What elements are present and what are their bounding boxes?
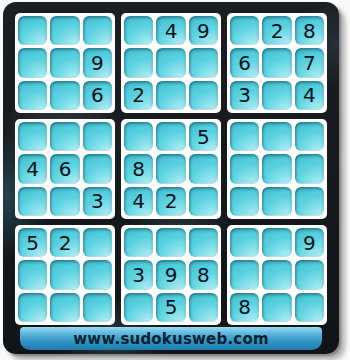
cell-r3c2[interactable]: [50, 81, 79, 110]
cell-r6c3[interactable]: 3: [83, 187, 112, 216]
cell-r7c3[interactable]: [83, 228, 112, 257]
cell-r3c1[interactable]: [18, 81, 47, 110]
cell-r9c3[interactable]: [83, 293, 112, 322]
cell-r9c5[interactable]: 5: [156, 293, 185, 322]
cell-r9c9[interactable]: [295, 293, 324, 322]
cell-r2c4[interactable]: [124, 48, 153, 77]
cell-r9c4[interactable]: [124, 293, 153, 322]
cell-r1c8[interactable]: 2: [262, 16, 291, 45]
cell-r5c4[interactable]: 8: [124, 154, 153, 183]
cell-r6c6[interactable]: [189, 187, 218, 216]
cell-r5c9[interactable]: [295, 154, 324, 183]
cell-r1c6[interactable]: 9: [189, 16, 218, 45]
cell-r1c7[interactable]: [230, 16, 259, 45]
footer-bar: www.sudokusweb.com: [20, 327, 322, 350]
cell-r5c8[interactable]: [262, 154, 291, 183]
site-link[interactable]: www.sudokusweb.com: [73, 330, 268, 348]
cell-r6c2[interactable]: [50, 187, 79, 216]
cell-r6c7[interactable]: [230, 187, 259, 216]
cell-r7c6[interactable]: [189, 228, 218, 257]
cell-r7c8[interactable]: [262, 228, 291, 257]
cell-r3c8[interactable]: [262, 81, 291, 110]
cell-r5c2[interactable]: 6: [50, 154, 79, 183]
cell-r8c5[interactable]: 9: [156, 260, 185, 289]
box-3: 286734: [227, 13, 327, 113]
sudoku-board: 96492286734463584252398598 www.sudokuswe…: [3, 2, 339, 354]
cell-r7c5[interactable]: [156, 228, 185, 257]
cell-r2c8[interactable]: [262, 48, 291, 77]
cell-r5c1[interactable]: 4: [18, 154, 47, 183]
cell-r8c7[interactable]: [230, 260, 259, 289]
cell-r5c5[interactable]: [156, 154, 185, 183]
cell-r9c6[interactable]: [189, 293, 218, 322]
cell-r2c9[interactable]: 7: [295, 48, 324, 77]
cell-r4c2[interactable]: [50, 122, 79, 151]
cell-r2c7[interactable]: 6: [230, 48, 259, 77]
box-5: 5842: [121, 119, 221, 219]
cell-r6c5[interactable]: 2: [156, 187, 185, 216]
cell-r6c8[interactable]: [262, 187, 291, 216]
cell-r3c5[interactable]: [156, 81, 185, 110]
cell-r1c2[interactable]: [50, 16, 79, 45]
cell-r8c1[interactable]: [18, 260, 47, 289]
cell-r3c4[interactable]: 2: [124, 81, 153, 110]
cell-r2c5[interactable]: [156, 48, 185, 77]
cell-r7c7[interactable]: [230, 228, 259, 257]
cell-r9c1[interactable]: [18, 293, 47, 322]
cell-r7c9[interactable]: 9: [295, 228, 324, 257]
cell-r5c7[interactable]: [230, 154, 259, 183]
cell-r4c3[interactable]: [83, 122, 112, 151]
cell-r1c3[interactable]: [83, 16, 112, 45]
cell-r6c9[interactable]: [295, 187, 324, 216]
cell-r3c7[interactable]: 3: [230, 81, 259, 110]
cell-r8c4[interactable]: 3: [124, 260, 153, 289]
box-8: 3985: [121, 225, 221, 325]
cell-r4c6[interactable]: 5: [189, 122, 218, 151]
cell-r4c1[interactable]: [18, 122, 47, 151]
cell-r7c4[interactable]: [124, 228, 153, 257]
box-9: 98: [227, 225, 327, 325]
cell-r8c3[interactable]: [83, 260, 112, 289]
sudoku-grid: 96492286734463584252398598: [15, 13, 327, 325]
cell-r2c3[interactable]: 9: [83, 48, 112, 77]
cell-r9c2[interactable]: [50, 293, 79, 322]
cell-r1c1[interactable]: [18, 16, 47, 45]
cell-r1c9[interactable]: 8: [295, 16, 324, 45]
cell-r4c9[interactable]: [295, 122, 324, 151]
cell-r7c1[interactable]: 5: [18, 228, 47, 257]
box-7: 52: [15, 225, 115, 325]
box-1: 96: [15, 13, 115, 113]
cell-r1c5[interactable]: 4: [156, 16, 185, 45]
cell-r2c6[interactable]: [189, 48, 218, 77]
cell-r3c6[interactable]: [189, 81, 218, 110]
cell-r9c8[interactable]: [262, 293, 291, 322]
cell-r3c3[interactable]: 6: [83, 81, 112, 110]
cell-r7c2[interactable]: 2: [50, 228, 79, 257]
box-4: 463: [15, 119, 115, 219]
cell-r2c1[interactable]: [18, 48, 47, 77]
box-6: [227, 119, 327, 219]
cell-r4c4[interactable]: [124, 122, 153, 151]
cell-r6c4[interactable]: 4: [124, 187, 153, 216]
cell-r3c9[interactable]: 4: [295, 81, 324, 110]
cell-r8c9[interactable]: [295, 260, 324, 289]
cell-r4c7[interactable]: [230, 122, 259, 151]
cell-r8c6[interactable]: 8: [189, 260, 218, 289]
cell-r5c3[interactable]: [83, 154, 112, 183]
box-2: 492: [121, 13, 221, 113]
cell-r1c4[interactable]: [124, 16, 153, 45]
cell-r6c1[interactable]: [18, 187, 47, 216]
cell-r4c5[interactable]: [156, 122, 185, 151]
cell-r9c7[interactable]: 8: [230, 293, 259, 322]
cell-r4c8[interactable]: [262, 122, 291, 151]
cell-r8c2[interactable]: [50, 260, 79, 289]
cell-r2c2[interactable]: [50, 48, 79, 77]
cell-r5c6[interactable]: [189, 154, 218, 183]
cell-r8c8[interactable]: [262, 260, 291, 289]
